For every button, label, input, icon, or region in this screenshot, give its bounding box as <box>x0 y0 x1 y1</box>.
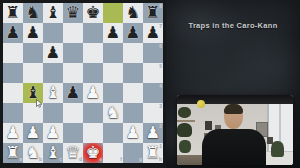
square-h1[interactable]: ♜1h <box>143 143 163 163</box>
square-c6[interactable]: ♟ <box>43 43 63 63</box>
square-f7[interactable]: ♟ <box>103 23 123 43</box>
coord-file-e: e <box>99 157 102 162</box>
square-g4[interactable] <box>123 83 143 103</box>
coord-rank-8: 8 <box>159 4 162 9</box>
plant <box>177 123 192 137</box>
square-c4[interactable]: ♝ <box>43 83 63 103</box>
square-g8[interactable]: ♞ <box>123 3 143 23</box>
square-b8[interactable]: ♞ <box>23 3 43 23</box>
square-g5[interactable] <box>123 63 143 83</box>
square-a6[interactable] <box>3 43 23 63</box>
square-f6[interactable] <box>103 43 123 63</box>
square-h6[interactable]: 6 <box>143 43 163 63</box>
square-h8[interactable]: ♜8 <box>143 3 163 23</box>
square-a5[interactable] <box>3 63 23 83</box>
coord-file-f: f <box>120 157 122 162</box>
square-c5[interactable] <box>43 63 63 83</box>
coord-rank-2: 2 <box>159 124 162 129</box>
white-pawn: ♟ <box>83 83 103 103</box>
picture-frame <box>205 121 212 130</box>
square-h7[interactable]: ♟7 <box>143 23 163 43</box>
plant <box>271 141 284 157</box>
square-c2[interactable]: ♟ <box>43 123 63 143</box>
coord-file-d: d <box>79 157 82 162</box>
coord-file-c: c <box>59 157 62 162</box>
square-b7[interactable]: ♟ <box>23 23 43 43</box>
square-b2[interactable]: ♟ <box>23 123 43 143</box>
coord-rank-3: 3 <box>159 104 162 109</box>
square-g2[interactable]: ♟ <box>123 123 143 143</box>
square-g3[interactable] <box>123 103 143 123</box>
black-queen: ♛ <box>63 3 83 23</box>
square-c1[interactable]: ♝c <box>43 143 63 163</box>
video-frame: ♜♞♝♛♚♞♜8♟♟♟♟♟7♟65♝♝♟♟4♞3♟♟♟♟♟2♜a♞b♝c♛d♚e… <box>0 0 300 168</box>
square-g6[interactable] <box>123 43 143 63</box>
coord-file-b: b <box>39 157 42 162</box>
chess-board: ♜♞♝♛♚♞♜8♟♟♟♟♟7♟65♝♝♟♟4♞3♟♟♟♟♟2♜a♞b♝c♛d♚e… <box>3 3 163 163</box>
white-pawn: ♟ <box>3 123 23 143</box>
presenter-hair <box>224 104 243 114</box>
coord-file-h: h <box>159 157 162 162</box>
square-f1[interactable]: f <box>103 143 123 163</box>
square-a8[interactable]: ♜ <box>3 3 23 23</box>
square-h3[interactable]: 3 <box>143 103 163 123</box>
square-d6[interactable] <box>63 43 83 63</box>
square-h4[interactable]: 4 <box>143 83 163 103</box>
black-pawn: ♟ <box>103 23 123 43</box>
white-pawn: ♟ <box>43 123 63 143</box>
white-pawn: ♟ <box>123 123 143 143</box>
black-pawn: ♟ <box>23 23 43 43</box>
coord-file-g: g <box>139 157 142 162</box>
coord-rank-4: 4 <box>159 84 162 89</box>
square-e3[interactable] <box>83 103 103 123</box>
square-e4[interactable]: ♟ <box>83 83 103 103</box>
square-g1[interactable]: g <box>123 143 143 163</box>
square-a1[interactable]: ♜a <box>3 143 23 163</box>
square-c7[interactable] <box>43 23 63 43</box>
square-d3[interactable] <box>63 103 83 123</box>
black-pawn: ♟ <box>3 23 23 43</box>
presenter-body <box>202 129 266 165</box>
black-pawn: ♟ <box>43 43 63 63</box>
square-a4[interactable] <box>3 83 23 103</box>
square-d5[interactable] <box>63 63 83 83</box>
white-bishop: ♝ <box>43 83 63 103</box>
webcam-view <box>177 95 293 165</box>
coord-rank-7: 7 <box>159 24 162 29</box>
plant <box>179 140 191 153</box>
square-h2[interactable]: ♟2 <box>143 123 163 143</box>
coord-rank-6: 6 <box>159 44 162 49</box>
square-d1[interactable]: ♛d <box>63 143 83 163</box>
square-d2[interactable] <box>63 123 83 143</box>
square-f8[interactable] <box>103 3 123 23</box>
coord-rank-5: 5 <box>159 64 162 69</box>
right-panel: Traps in the Caro-Kann <box>166 0 300 168</box>
square-a2[interactable]: ♟ <box>3 123 23 143</box>
square-b1[interactable]: ♞b <box>23 143 43 163</box>
square-f2[interactable] <box>103 123 123 143</box>
square-f3[interactable]: ♞ <box>103 103 123 123</box>
square-e1[interactable]: ♚e <box>83 143 103 163</box>
coord-file-a: a <box>19 157 22 162</box>
black-pawn: ♟ <box>63 83 83 103</box>
yellow-balloon <box>197 100 205 108</box>
square-e5[interactable] <box>83 63 103 83</box>
black-king: ♚ <box>83 3 103 23</box>
black-knight: ♞ <box>23 3 43 23</box>
black-pawn: ♟ <box>123 23 143 43</box>
square-c3[interactable] <box>43 103 63 123</box>
black-rook: ♜ <box>3 3 23 23</box>
square-e8[interactable]: ♚ <box>83 3 103 23</box>
video-title: Traps in the Caro-Kann <box>166 21 300 30</box>
square-c8[interactable]: ♝ <box>43 3 63 23</box>
room-ceiling <box>177 95 293 104</box>
white-knight: ♞ <box>103 103 123 123</box>
square-d7[interactable] <box>63 23 83 43</box>
square-e6[interactable] <box>83 43 103 63</box>
coord-rank-1: 1 <box>159 144 162 149</box>
square-f4[interactable] <box>103 83 123 103</box>
square-g7[interactable]: ♟ <box>123 23 143 43</box>
square-d8[interactable]: ♛ <box>63 3 83 23</box>
square-a3[interactable] <box>3 103 23 123</box>
square-a7[interactable]: ♟ <box>3 23 23 43</box>
mouse-cursor-icon <box>36 99 43 108</box>
white-pawn: ♟ <box>23 123 43 143</box>
square-h5[interactable]: 5 <box>143 63 163 83</box>
square-b6[interactable] <box>23 43 43 63</box>
shelf <box>177 120 195 122</box>
square-d4[interactable]: ♟ <box>63 83 83 103</box>
square-e7[interactable] <box>83 23 103 43</box>
square-f5[interactable] <box>103 63 123 83</box>
black-knight: ♞ <box>123 3 143 23</box>
square-e2[interactable] <box>83 123 103 143</box>
square-b5[interactable] <box>23 63 43 83</box>
black-bishop: ♝ <box>43 3 63 23</box>
plant <box>178 107 191 118</box>
